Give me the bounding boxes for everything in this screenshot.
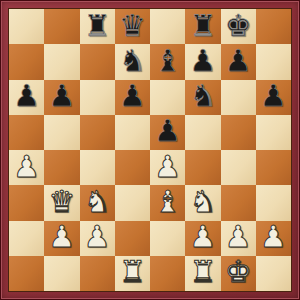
black-pawn-icon: ♟: [119, 81, 146, 111]
black-bishop-icon: ♝: [154, 46, 181, 76]
square-d6[interactable]: ♟: [115, 80, 150, 115]
black-queen-icon: ♛: [119, 11, 146, 41]
square-g5[interactable]: [221, 115, 256, 150]
square-g6[interactable]: [221, 80, 256, 115]
square-c6[interactable]: [80, 80, 115, 115]
black-pawn-icon: ♟: [48, 81, 75, 111]
square-f1[interactable]: ♜: [185, 256, 220, 291]
square-h8[interactable]: [256, 9, 291, 44]
square-d4[interactable]: [115, 150, 150, 185]
square-c3[interactable]: ♞: [80, 185, 115, 220]
square-e3[interactable]: ♝: [150, 185, 185, 220]
square-c4[interactable]: [80, 150, 115, 185]
square-h7[interactable]: [256, 44, 291, 79]
square-d2[interactable]: [115, 221, 150, 256]
square-e4[interactable]: ♟: [150, 150, 185, 185]
square-f4[interactable]: [185, 150, 220, 185]
square-d7[interactable]: ♞: [115, 44, 150, 79]
white-rook-icon: ♜: [119, 257, 146, 287]
white-knight-icon: ♞: [189, 187, 216, 217]
black-pawn-icon: ♟: [13, 81, 40, 111]
square-c8[interactable]: ♜: [80, 9, 115, 44]
board-frame: ♜♛♜♚♞♝♟♟♟♟♟♞♟♟♟♟♛♞♝♞♟♟♟♟♟♜♜♚: [0, 0, 300, 300]
square-e6[interactable]: [150, 80, 185, 115]
square-f5[interactable]: [185, 115, 220, 150]
square-d8[interactable]: ♛: [115, 9, 150, 44]
square-a4[interactable]: ♟: [9, 150, 44, 185]
white-pawn-icon: ♟: [260, 222, 287, 252]
square-h5[interactable]: [256, 115, 291, 150]
white-bishop-icon: ♝: [154, 187, 181, 217]
black-knight-icon: ♞: [189, 81, 216, 111]
white-pawn-icon: ♟: [225, 222, 252, 252]
square-g1[interactable]: ♚: [221, 256, 256, 291]
black-pawn-icon: ♟: [225, 46, 252, 76]
white-queen-icon: ♛: [48, 187, 75, 217]
chess-board: ♜♛♜♚♞♝♟♟♟♟♟♞♟♟♟♟♛♞♝♞♟♟♟♟♟♜♜♚: [8, 8, 292, 292]
square-g4[interactable]: [221, 150, 256, 185]
square-d5[interactable]: [115, 115, 150, 150]
square-g8[interactable]: ♚: [221, 9, 256, 44]
square-f8[interactable]: ♜: [185, 9, 220, 44]
white-pawn-icon: ♟: [154, 152, 181, 182]
square-c1[interactable]: [80, 256, 115, 291]
square-a2[interactable]: [9, 221, 44, 256]
square-b4[interactable]: [44, 150, 79, 185]
white-pawn-icon: ♟: [48, 222, 75, 252]
square-a6[interactable]: ♟: [9, 80, 44, 115]
square-c5[interactable]: [80, 115, 115, 150]
square-e8[interactable]: [150, 9, 185, 44]
square-e5[interactable]: ♟: [150, 115, 185, 150]
square-g3[interactable]: [221, 185, 256, 220]
square-h4[interactable]: [256, 150, 291, 185]
square-b3[interactable]: ♛: [44, 185, 79, 220]
square-b6[interactable]: ♟: [44, 80, 79, 115]
square-d1[interactable]: ♜: [115, 256, 150, 291]
black-rook-icon: ♜: [189, 11, 216, 41]
white-rook-icon: ♜: [189, 257, 216, 287]
white-pawn-icon: ♟: [13, 152, 40, 182]
square-a7[interactable]: [9, 44, 44, 79]
black-knight-icon: ♞: [119, 46, 146, 76]
white-pawn-icon: ♟: [84, 222, 111, 252]
square-f6[interactable]: ♞: [185, 80, 220, 115]
square-d3[interactable]: [115, 185, 150, 220]
black-pawn-icon: ♟: [189, 46, 216, 76]
square-a8[interactable]: [9, 9, 44, 44]
white-pawn-icon: ♟: [189, 222, 216, 252]
black-rook-icon: ♜: [84, 11, 111, 41]
square-c2[interactable]: ♟: [80, 221, 115, 256]
square-b1[interactable]: [44, 256, 79, 291]
square-e1[interactable]: [150, 256, 185, 291]
square-h2[interactable]: ♟: [256, 221, 291, 256]
square-a1[interactable]: [9, 256, 44, 291]
black-pawn-icon: ♟: [260, 81, 287, 111]
square-a3[interactable]: [9, 185, 44, 220]
square-h3[interactable]: [256, 185, 291, 220]
white-knight-icon: ♞: [84, 187, 111, 217]
square-b5[interactable]: [44, 115, 79, 150]
square-g2[interactable]: ♟: [221, 221, 256, 256]
square-b7[interactable]: [44, 44, 79, 79]
square-f2[interactable]: ♟: [185, 221, 220, 256]
square-a5[interactable]: [9, 115, 44, 150]
square-e7[interactable]: ♝: [150, 44, 185, 79]
black-pawn-icon: ♟: [154, 116, 181, 146]
square-b2[interactable]: ♟: [44, 221, 79, 256]
square-c7[interactable]: [80, 44, 115, 79]
square-h1[interactable]: [256, 256, 291, 291]
square-e2[interactable]: [150, 221, 185, 256]
square-f3[interactable]: ♞: [185, 185, 220, 220]
square-g7[interactable]: ♟: [221, 44, 256, 79]
square-f7[interactable]: ♟: [185, 44, 220, 79]
white-king-icon: ♚: [225, 257, 252, 287]
black-king-icon: ♚: [225, 11, 252, 41]
square-h6[interactable]: ♟: [256, 80, 291, 115]
square-b8[interactable]: [44, 9, 79, 44]
